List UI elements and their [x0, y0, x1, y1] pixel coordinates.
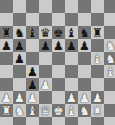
piece-white-rook[interactable]: ♜	[1, 105, 12, 118]
piece-black-pawn[interactable]: ♟	[1, 40, 12, 53]
piece-white-bishop[interactable]: ♝	[92, 53, 103, 66]
square-c5r9[interactable]	[65, 117, 78, 125]
square-c1r6[interactable]	[13, 78, 26, 91]
piece-black-pawn[interactable]: ♟	[66, 40, 77, 53]
square-c1r5[interactable]	[13, 65, 26, 78]
square-c8r7[interactable]	[104, 91, 115, 104]
square-c1r4[interactable]: ♟	[13, 52, 26, 65]
square-c2r0[interactable]	[26, 0, 39, 13]
square-c6r7[interactable]: ♟	[78, 91, 91, 104]
square-c7r7[interactable]: ♟	[91, 91, 104, 104]
square-c0r2[interactable]: ♜	[0, 26, 13, 39]
square-c2r8[interactable]: ♝	[26, 104, 39, 117]
square-c4r7[interactable]	[52, 91, 65, 104]
square-c5r2[interactable]: ♝	[65, 26, 78, 39]
square-c4r0[interactable]	[52, 0, 65, 13]
square-c4r3[interactable]: ♟	[52, 39, 65, 52]
piece-white-rook[interactable]: ♜	[92, 105, 103, 118]
square-c4r8[interactable]: ♚	[52, 104, 65, 117]
square-c4r1[interactable]	[52, 13, 65, 26]
square-c7r4[interactable]: ♝	[91, 52, 104, 65]
square-c7r6[interactable]	[91, 78, 104, 91]
square-c3r1[interactable]	[39, 13, 52, 26]
square-c6r9[interactable]	[78, 117, 91, 125]
chess-app-screenshot: ♜♞♝♛♚♝♞♜♟♟♟♟♟♟♞♟♝♞♟♝♟♟♟♟♟♟♟♟♜♞♝♛♚♝♞♜	[0, 0, 115, 125]
square-c5r0[interactable]	[65, 0, 78, 13]
square-c8r1[interactable]	[104, 13, 115, 26]
square-c0r7[interactable]: ♟	[0, 91, 13, 104]
square-c7r2[interactable]: ♜	[91, 26, 104, 39]
square-c0r8[interactable]: ♜	[0, 104, 13, 117]
square-c0r9[interactable]	[0, 117, 13, 125]
chess-board: ♜♞♝♛♚♝♞♜♟♟♟♟♟♟♞♟♝♞♟♝♟♟♟♟♟♟♟♟♜♞♝♛♚♝♞♜	[0, 0, 115, 125]
square-c4r2[interactable]: ♚	[52, 26, 65, 39]
square-c2r9[interactable]	[26, 117, 39, 125]
piece-white-knight[interactable]: ♞	[14, 105, 25, 118]
piece-white-king[interactable]: ♚	[53, 105, 64, 118]
square-c5r1[interactable]	[65, 13, 78, 26]
square-c2r6[interactable]: ♟	[26, 78, 39, 91]
square-c6r6[interactable]	[78, 78, 91, 91]
piece-black-pawn[interactable]: ♟	[79, 40, 90, 53]
piece-black-pawn[interactable]: ♟	[40, 40, 51, 53]
square-c8r8[interactable]	[104, 104, 115, 117]
square-c1r3[interactable]: ♟	[13, 39, 26, 52]
square-c1r2[interactable]: ♞	[13, 26, 26, 39]
square-c8r4[interactable]: ♞	[104, 52, 115, 65]
square-c8r3[interactable]: ♞	[104, 39, 115, 52]
square-c3r8[interactable]: ♛	[39, 104, 52, 117]
square-c2r2[interactable]: ♝	[26, 26, 39, 39]
square-c6r8[interactable]: ♞	[78, 104, 91, 117]
square-c6r1[interactable]	[78, 13, 91, 26]
square-c5r3[interactable]: ♟	[65, 39, 78, 52]
square-c7r5[interactable]	[91, 65, 104, 78]
piece-white-bishop[interactable]: ♝	[66, 105, 77, 118]
piece-black-pawn[interactable]: ♟	[53, 40, 64, 53]
piece-white-bishop[interactable]: ♝	[105, 66, 115, 79]
square-c3r4[interactable]	[39, 52, 52, 65]
square-c7r1[interactable]	[91, 13, 104, 26]
square-c8r2[interactable]	[104, 26, 115, 39]
square-c2r1[interactable]	[26, 13, 39, 26]
square-c6r4[interactable]	[78, 52, 91, 65]
square-c4r6[interactable]	[52, 78, 65, 91]
square-c7r8[interactable]: ♜	[91, 104, 104, 117]
square-c8r0[interactable]	[104, 0, 115, 13]
piece-white-queen[interactable]: ♛	[40, 105, 51, 118]
piece-black-pawn[interactable]: ♟	[14, 53, 25, 66]
square-c2r4[interactable]	[26, 52, 39, 65]
piece-white-knight[interactable]: ♞	[79, 105, 90, 118]
square-c3r5[interactable]	[39, 65, 52, 78]
square-c8r5[interactable]: ♝	[104, 65, 115, 78]
square-c7r0[interactable]	[91, 0, 104, 13]
square-c7r3[interactable]	[91, 39, 104, 52]
square-c1r0[interactable]	[13, 0, 26, 13]
square-c5r4[interactable]	[65, 52, 78, 65]
square-c5r6[interactable]	[65, 78, 78, 91]
square-c6r0[interactable]	[78, 0, 91, 13]
square-c5r5[interactable]	[65, 65, 78, 78]
square-c0r5[interactable]	[0, 65, 13, 78]
square-c0r6[interactable]	[0, 78, 13, 91]
piece-black-bishop[interactable]: ♝	[27, 27, 38, 40]
square-c5r8[interactable]: ♝	[65, 104, 78, 117]
square-c3r7[interactable]	[39, 91, 52, 104]
square-c2r7[interactable]: ♟	[26, 91, 39, 104]
square-c3r0[interactable]	[39, 0, 52, 13]
square-c8r9[interactable]	[104, 117, 115, 125]
square-c4r4[interactable]	[52, 52, 65, 65]
square-c3r3[interactable]: ♟	[39, 39, 52, 52]
piece-white-pawn[interactable]: ♟	[40, 79, 51, 92]
square-c3r6[interactable]: ♟	[39, 78, 52, 91]
square-c2r5[interactable]: ♟	[26, 65, 39, 78]
square-c1r7[interactable]: ♟	[13, 91, 26, 104]
square-c1r8[interactable]: ♞	[13, 104, 26, 117]
square-c1r1[interactable]	[13, 13, 26, 26]
square-c5r7[interactable]: ♟	[65, 91, 78, 104]
piece-white-bishop[interactable]: ♝	[27, 105, 38, 118]
piece-black-rook[interactable]: ♜	[92, 27, 103, 40]
square-c2r3[interactable]	[26, 39, 39, 52]
square-c0r1[interactable]	[0, 13, 13, 26]
square-c3r9[interactable]	[39, 117, 52, 125]
square-c6r5[interactable]	[78, 65, 91, 78]
square-c6r3[interactable]: ♟	[78, 39, 91, 52]
square-c4r9[interactable]	[52, 117, 65, 125]
square-c6r2[interactable]: ♞	[78, 26, 91, 39]
square-c8r6[interactable]	[104, 78, 115, 91]
square-c0r0[interactable]	[0, 0, 13, 13]
square-c1r9[interactable]	[13, 117, 26, 125]
square-c4r5[interactable]	[52, 65, 65, 78]
square-c7r9[interactable]	[91, 117, 104, 125]
square-c0r3[interactable]: ♟	[0, 39, 13, 52]
square-c0r4[interactable]	[0, 52, 13, 65]
square-c3r2[interactable]: ♛	[39, 26, 52, 39]
